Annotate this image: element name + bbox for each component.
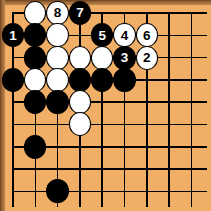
stone-white [91, 46, 113, 70]
move-number-label: 2 [143, 50, 151, 64]
board-intersection [91, 46, 113, 68]
stone-black [91, 68, 113, 92]
board-intersection [46, 46, 68, 68]
goban-grid: 87154632 [2, 2, 203, 203]
stone-black [46, 179, 68, 203]
stone-black [69, 68, 91, 92]
move-number-label: 1 [9, 28, 17, 42]
board-intersection [24, 91, 46, 113]
board-intersection: 5 [91, 24, 113, 46]
board-intersection [24, 2, 46, 24]
stone-black [46, 90, 68, 114]
board-intersection: 6 [136, 24, 158, 46]
stone-black [24, 46, 46, 70]
board-intersection: 7 [69, 2, 91, 24]
board-intersection [24, 136, 46, 158]
board-intersection [46, 180, 68, 202]
board-intersection [24, 69, 46, 91]
board-intersection [46, 69, 68, 91]
move-number-label: 8 [54, 6, 62, 20]
board-intersection: 4 [113, 24, 135, 46]
board-intersection [69, 113, 91, 135]
move-number-label: 6 [143, 28, 151, 42]
stone-white-move-2: 2 [136, 46, 158, 70]
stone-white-move-6: 6 [136, 23, 158, 47]
board-intersection [24, 24, 46, 46]
stone-white-move-4: 4 [113, 23, 135, 47]
stone-black-move-7: 7 [69, 1, 91, 25]
board-intersection [24, 46, 46, 68]
stone-black [24, 23, 46, 47]
stone-white [46, 46, 68, 70]
move-number-label: 7 [76, 6, 84, 20]
board-intersection: 1 [2, 24, 24, 46]
stone-black-move-1: 1 [2, 23, 24, 47]
board-intersection [46, 91, 68, 113]
board-intersection [2, 69, 24, 91]
board-intersection [113, 69, 135, 91]
stone-black [24, 135, 46, 159]
stone-white [46, 68, 68, 92]
stone-white-move-8: 8 [46, 1, 68, 25]
stone-black [2, 68, 24, 92]
board-intersection: 2 [136, 46, 158, 68]
move-number-label: 4 [121, 28, 129, 42]
stone-white [69, 46, 91, 70]
board-intersection: 8 [46, 2, 68, 24]
stone-black [24, 90, 46, 114]
move-number-label: 5 [98, 28, 106, 42]
stone-black-move-3: 3 [113, 46, 135, 70]
stone-black [113, 68, 135, 92]
board-intersection [69, 91, 91, 113]
board-intersection [69, 69, 91, 91]
board-intersection [46, 24, 68, 46]
stone-white [24, 1, 46, 25]
board-intersection [69, 46, 91, 68]
stone-white [69, 112, 91, 136]
stone-black-move-5: 5 [91, 23, 113, 47]
stone-white [24, 68, 46, 92]
board-intersection: 3 [113, 46, 135, 68]
stone-white [69, 90, 91, 114]
move-number-label: 3 [121, 50, 129, 64]
stone-white [46, 23, 68, 47]
board-intersection [91, 69, 113, 91]
go-board-diagram: 87154632 [0, 0, 211, 211]
